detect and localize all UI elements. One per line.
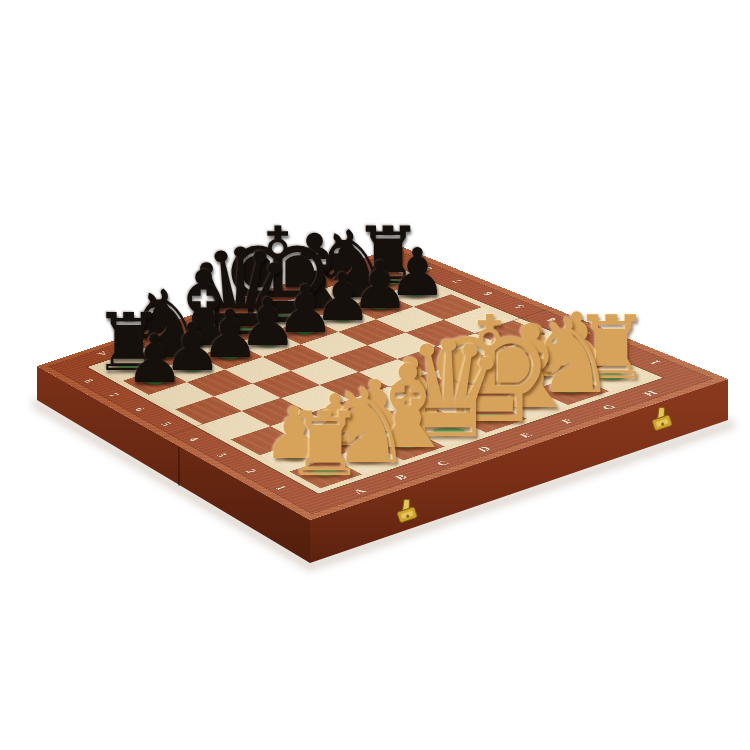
product-photo: AA11BB22CC33DD44EE55FF66GG77HH88 ♜♞♟♝♟♚♟… xyxy=(0,0,750,750)
